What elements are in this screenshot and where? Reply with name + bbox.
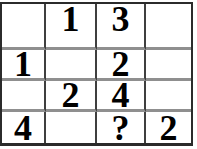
cell-r4c3-unknown: ? <box>97 112 146 143</box>
cell-value: 3 <box>112 4 130 37</box>
cell-value: 2 <box>160 112 178 143</box>
cell-value: 2 <box>62 81 80 112</box>
cell-r3c3: 4 <box>97 81 146 112</box>
cell-r1c4 <box>146 4 191 50</box>
cell-r3c1 <box>2 81 46 112</box>
cell-value: 1 <box>62 4 80 37</box>
cell-r2c3: 2 <box>97 50 146 81</box>
cell-r1c2: 1 <box>46 4 97 50</box>
cell-value: 4 <box>112 81 130 112</box>
cell-r4c4: 2 <box>146 112 191 143</box>
cell-r4c2 <box>46 112 97 143</box>
cell-r1c1 <box>2 4 46 50</box>
cell-r3c4 <box>146 81 191 112</box>
puzzle-grid: 1 3 1 2 2 4 4 ? 2 <box>0 2 193 146</box>
cell-r4c1: 4 <box>2 112 46 143</box>
cell-r1c3: 3 <box>97 4 146 50</box>
cell-r3c2: 2 <box>46 81 97 112</box>
cell-value: 4 <box>14 112 32 143</box>
cell-r2c1: 1 <box>2 50 46 81</box>
cell-r2c4 <box>146 50 191 81</box>
cell-value: 2 <box>112 50 130 81</box>
cell-r2c2 <box>46 50 97 81</box>
question-mark: ? <box>112 112 130 143</box>
cell-value: 1 <box>14 50 32 81</box>
